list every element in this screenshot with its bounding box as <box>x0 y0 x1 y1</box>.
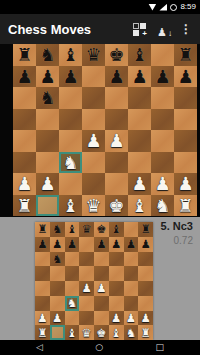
piece-download-icon[interactable]: ♟ ↓ <box>157 22 169 36</box>
black-queen: ♛ <box>85 44 101 65</box>
square-f4[interactable] <box>128 130 151 152</box>
square-d5[interactable] <box>82 109 105 131</box>
square-b6[interactable]: ♞ <box>36 87 59 109</box>
square-a5 <box>35 266 50 281</box>
black-pawn: ♟ <box>177 66 193 87</box>
square-d8: ♛ <box>79 222 94 237</box>
black-pawn: ♟ <box>52 237 62 251</box>
square-d4[interactable]: ♟ <box>82 130 105 152</box>
square-d2 <box>79 311 94 326</box>
square-g2: ♟ <box>124 311 139 326</box>
white-pawn: ♟ <box>81 281 91 295</box>
black-rook: ♜ <box>140 222 150 236</box>
move-panel: ♜♞♝♛♚♝♜♟♟♟♟♟♟♟♞♟♟♞♟♟♟♟♟♜♝♛♚♝♞♜ 5. Nc3 0.… <box>0 217 200 340</box>
square-g6 <box>124 252 139 267</box>
square-c6 <box>65 252 80 267</box>
white-knight: ♞ <box>126 326 136 340</box>
square-f8: ♝ <box>109 222 124 237</box>
square-e4[interactable]: ♟ <box>105 130 128 152</box>
square-d1[interactable]: ♛ <box>82 195 105 217</box>
square-f3 <box>109 296 124 311</box>
square-c2[interactable] <box>59 173 82 195</box>
square-h8: ♜ <box>138 222 153 237</box>
white-pawn: ♟ <box>140 311 150 325</box>
square-e1: ♚ <box>94 325 109 340</box>
black-pawn: ♟ <box>62 66 78 87</box>
square-e1[interactable]: ♚ <box>105 195 128 217</box>
square-h3 <box>138 296 153 311</box>
chess-moves-app: 8:59 Chess Moves + ♟ ↓ ⋮ ♜♞♝♛♚♝♜♟♟♟♟♟♟♟♞… <box>0 0 200 355</box>
pawn-glyph: ♟ <box>157 26 167 39</box>
square-a5[interactable] <box>13 109 36 131</box>
square-a6 <box>35 252 50 267</box>
square-f8[interactable]: ♝ <box>128 44 151 66</box>
square-c4[interactable] <box>59 130 82 152</box>
square-c2 <box>65 311 80 326</box>
square-e2 <box>94 311 109 326</box>
app-bar: Chess Moves + ♟ ↓ ⋮ <box>0 14 200 44</box>
square-c6[interactable] <box>59 87 82 109</box>
move-label: 5. Nc3 <box>161 220 193 232</box>
black-pawn: ♟ <box>111 237 121 251</box>
square-d1: ♛ <box>79 325 94 340</box>
black-rook: ♜ <box>16 44 32 65</box>
new-board-icon-quadrant <box>133 23 139 29</box>
square-f1[interactable]: ♝ <box>128 195 151 217</box>
square-b6: ♞ <box>50 252 65 267</box>
black-pawn: ♟ <box>67 237 77 251</box>
square-b3[interactable] <box>36 152 59 174</box>
white-rook: ♜ <box>177 195 193 216</box>
square-e4: ♟ <box>94 281 109 296</box>
black-knight: ♞ <box>52 222 62 236</box>
square-h4 <box>138 281 153 296</box>
white-pawn: ♟ <box>177 173 193 194</box>
white-knight: ♞ <box>62 152 78 173</box>
black-queen: ♛ <box>81 222 91 236</box>
square-g1[interactable]: ♞ <box>151 195 174 217</box>
wifi-icon <box>148 4 156 11</box>
square-d3 <box>79 296 94 311</box>
square-d4: ♟ <box>79 281 94 296</box>
black-pawn: ♟ <box>140 237 150 251</box>
square-h2[interactable]: ♟ <box>174 173 197 195</box>
square-a8: ♜ <box>35 222 50 237</box>
square-h1: ♜ <box>138 325 153 340</box>
square-f7[interactable]: ♟ <box>128 66 151 88</box>
square-c5 <box>65 266 80 281</box>
white-rook: ♜ <box>16 195 32 216</box>
white-bishop: ♝ <box>67 326 77 340</box>
white-bishop: ♝ <box>131 195 147 216</box>
square-e5[interactable] <box>105 109 128 131</box>
square-c8: ♝ <box>65 222 80 237</box>
square-f5[interactable] <box>128 109 151 131</box>
square-h3[interactable] <box>174 152 197 174</box>
white-pawn: ♟ <box>96 281 106 295</box>
square-b2[interactable]: ♟ <box>36 173 59 195</box>
black-pawn: ♟ <box>96 237 106 251</box>
black-pawn: ♟ <box>108 66 124 87</box>
white-pawn: ♟ <box>52 311 62 325</box>
square-g8 <box>124 222 139 237</box>
square-d6[interactable] <box>82 87 105 109</box>
black-knight: ♞ <box>39 44 55 65</box>
square-g3 <box>124 296 139 311</box>
square-a6[interactable] <box>13 87 36 109</box>
square-f6[interactable] <box>128 87 151 109</box>
new-board-icon[interactable]: + <box>133 23 146 36</box>
square-f6 <box>109 252 124 267</box>
down-arrow-glyph: ↓ <box>168 29 172 38</box>
black-pawn: ♟ <box>16 66 32 87</box>
white-king: ♚ <box>108 195 124 216</box>
black-bishop: ♝ <box>62 44 78 65</box>
white-bishop: ♝ <box>62 195 78 216</box>
square-f7: ♟ <box>109 237 124 252</box>
black-bishop: ♝ <box>67 222 77 236</box>
white-knight: ♞ <box>67 296 77 310</box>
square-f4 <box>109 281 124 296</box>
square-b4 <box>50 281 65 296</box>
square-d2[interactable] <box>82 173 105 195</box>
square-f5 <box>109 266 124 281</box>
white-pawn: ♟ <box>16 173 32 194</box>
square-c3[interactable]: ♞ <box>59 152 82 174</box>
square-e6 <box>94 252 109 267</box>
square-c3: ♞ <box>65 296 80 311</box>
square-b4[interactable] <box>36 130 59 152</box>
square-d8[interactable]: ♛ <box>82 44 105 66</box>
black-pawn: ♟ <box>39 66 55 87</box>
signal-icon <box>159 4 167 11</box>
square-b1 <box>50 325 65 340</box>
black-rook: ♜ <box>177 44 193 65</box>
black-pawn: ♟ <box>154 66 170 87</box>
square-d7 <box>79 237 94 252</box>
square-a2: ♟ <box>35 311 50 326</box>
square-a4[interactable] <box>13 130 36 152</box>
status-bar: 8:59 <box>0 0 200 14</box>
square-b5[interactable] <box>36 109 59 131</box>
square-c8[interactable]: ♝ <box>59 44 82 66</box>
plus-glyph: + <box>142 30 147 38</box>
square-h5 <box>138 266 153 281</box>
white-pawn: ♟ <box>37 311 47 325</box>
square-g7[interactable]: ♟ <box>151 66 174 88</box>
square-a1[interactable]: ♜ <box>13 195 36 217</box>
black-king: ♚ <box>108 44 124 65</box>
square-b3 <box>50 296 65 311</box>
android-nav-bar: ◁ ○ □ <box>0 340 200 355</box>
square-c1: ♝ <box>65 325 80 340</box>
square-h6[interactable] <box>174 87 197 109</box>
black-bishop: ♝ <box>111 222 121 236</box>
square-h7[interactable]: ♟ <box>174 66 197 88</box>
black-king: ♚ <box>96 222 106 236</box>
square-g8[interactable] <box>151 44 174 66</box>
square-d6 <box>79 252 94 267</box>
square-e8: ♚ <box>94 222 109 237</box>
square-a3 <box>35 296 50 311</box>
square-b5 <box>50 266 65 281</box>
square-h8[interactable]: ♜ <box>174 44 197 66</box>
square-b7[interactable]: ♟ <box>36 66 59 88</box>
square-h1[interactable]: ♜ <box>174 195 197 217</box>
square-f2[interactable]: ♟ <box>128 173 151 195</box>
square-a2[interactable]: ♟ <box>13 173 36 195</box>
mini-chess-board: ♜♞♝♛♚♝♜♟♟♟♟♟♟♟♞♟♟♞♟♟♟♟♟♜♝♛♚♝♞♜ <box>35 222 153 340</box>
square-h2: ♟ <box>138 311 153 326</box>
square-h4[interactable] <box>174 130 197 152</box>
square-b8: ♞ <box>50 222 65 237</box>
square-f3[interactable] <box>128 152 151 174</box>
square-h7: ♟ <box>138 237 153 252</box>
square-g7: ♟ <box>124 237 139 252</box>
square-g1: ♞ <box>124 325 139 340</box>
white-king: ♚ <box>96 326 106 340</box>
square-d3[interactable] <box>82 152 105 174</box>
white-bishop: ♝ <box>111 326 121 340</box>
square-e5 <box>94 266 109 281</box>
black-pawn: ♟ <box>37 237 47 251</box>
main-chess-board[interactable]: ♜♞♝♛♚♝♜♟♟♟♟♟♟♟♞♟♟♞♟♟♟♟♟♜♝♛♚♝♞♜ <box>13 44 197 216</box>
square-e7: ♟ <box>94 237 109 252</box>
data-circle-icon <box>170 4 177 11</box>
square-a4 <box>35 281 50 296</box>
white-pawn: ♟ <box>111 311 121 325</box>
square-g4 <box>124 281 139 296</box>
square-g2[interactable]: ♟ <box>151 173 174 195</box>
square-a3[interactable] <box>13 152 36 174</box>
black-knight: ♞ <box>52 252 62 266</box>
square-c4 <box>65 281 80 296</box>
square-b2: ♟ <box>50 311 65 326</box>
square-f1: ♝ <box>109 325 124 340</box>
square-d7[interactable] <box>82 66 105 88</box>
white-queen: ♛ <box>85 195 101 216</box>
square-e7[interactable]: ♟ <box>105 66 128 88</box>
square-a8[interactable]: ♜ <box>13 44 36 66</box>
white-rook: ♜ <box>140 326 150 340</box>
overflow-menu-icon[interactable]: ⋮ <box>180 23 192 35</box>
square-b8[interactable]: ♞ <box>36 44 59 66</box>
white-knight: ♞ <box>154 195 170 216</box>
square-e8[interactable]: ♚ <box>105 44 128 66</box>
white-pawn: ♟ <box>39 173 55 194</box>
home-icon[interactable]: ○ <box>95 340 103 355</box>
square-d5 <box>79 266 94 281</box>
page-title: Chess Moves <box>0 22 133 37</box>
square-e3 <box>94 296 109 311</box>
white-rook: ♜ <box>37 326 47 340</box>
move-info: 5. Nc3 0.72 <box>161 220 193 246</box>
square-e3[interactable] <box>105 152 128 174</box>
square-g4[interactable] <box>151 130 174 152</box>
main-board-area: ♜♞♝♛♚♝♜♟♟♟♟♟♟♟♞♟♟♞♟♟♟♟♟♜♝♛♚♝♞♜ <box>0 44 200 217</box>
square-g6[interactable] <box>151 87 174 109</box>
square-b7: ♟ <box>50 237 65 252</box>
white-pawn: ♟ <box>108 130 124 151</box>
black-pawn: ♟ <box>126 237 136 251</box>
square-a7: ♟ <box>35 237 50 252</box>
square-c7: ♟ <box>65 237 80 252</box>
square-f2: ♟ <box>109 311 124 326</box>
square-g3[interactable] <box>151 152 174 174</box>
square-c5[interactable] <box>59 109 82 131</box>
new-board-icon-quadrant <box>133 30 139 36</box>
white-pawn: ♟ <box>85 130 101 151</box>
back-icon[interactable]: ◁ <box>36 340 43 355</box>
app-bar-actions: + ♟ ↓ ⋮ <box>133 22 200 36</box>
square-e6[interactable] <box>105 87 128 109</box>
white-pawn: ♟ <box>131 173 147 194</box>
square-h6 <box>138 252 153 267</box>
white-queen: ♛ <box>81 326 91 340</box>
black-knight: ♞ <box>39 87 55 108</box>
square-g5 <box>124 266 139 281</box>
black-rook: ♜ <box>37 222 47 236</box>
square-c1[interactable]: ♝ <box>59 195 82 217</box>
engine-eval: 0.72 <box>161 235 193 246</box>
white-pawn: ♟ <box>126 311 136 325</box>
square-h5[interactable] <box>174 109 197 131</box>
black-pawn: ♟ <box>131 66 147 87</box>
square-b1[interactable] <box>36 195 59 217</box>
recents-icon[interactable]: □ <box>155 340 164 355</box>
new-board-icon-quadrant <box>140 23 146 29</box>
white-pawn: ♟ <box>154 173 170 194</box>
square-c7[interactable]: ♟ <box>59 66 82 88</box>
black-bishop: ♝ <box>131 44 147 65</box>
square-g5[interactable] <box>151 109 174 131</box>
status-time: 8:59 <box>180 0 196 14</box>
square-a7[interactable]: ♟ <box>13 66 36 88</box>
square-a1: ♜ <box>35 325 50 340</box>
square-e2[interactable] <box>105 173 128 195</box>
